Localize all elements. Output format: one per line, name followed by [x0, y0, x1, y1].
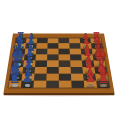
square-g5[interactable]: [59, 74, 72, 81]
rook-glyph: ♜: [97, 71, 110, 85]
square-h4[interactable]: [46, 81, 59, 88]
square-h3[interactable]: [34, 81, 47, 88]
square-c5[interactable]: [59, 49, 70, 55]
square-f5[interactable]: [59, 67, 71, 74]
square-e3[interactable]: [35, 61, 47, 67]
pawn-glyph: ♟: [85, 73, 96, 85]
square-e6[interactable]: [70, 61, 82, 67]
square-a6[interactable]: [69, 38, 80, 43]
square-d6[interactable]: [70, 54, 82, 60]
square-g3[interactable]: [34, 74, 47, 81]
square-d5[interactable]: [59, 54, 71, 60]
pawn-glyph: ♟: [22, 73, 33, 85]
square-a5[interactable]: [59, 38, 70, 43]
square-f3[interactable]: [35, 67, 47, 74]
square-b4[interactable]: [48, 43, 59, 48]
square-a4[interactable]: [48, 38, 59, 43]
square-e5[interactable]: [59, 61, 71, 67]
square-f4[interactable]: [47, 67, 59, 74]
square-h6[interactable]: [71, 81, 84, 88]
square-d4[interactable]: [47, 54, 59, 60]
square-b6[interactable]: [69, 43, 80, 48]
square-a3[interactable]: [37, 38, 48, 43]
photo-stage: ♜♟♟♜♞♟♟♞♝♟♟♝♛♟♟♛♚♟♟♚♝♟♟♝♞♟♟♞♜♟♟♜: [0, 0, 120, 120]
square-d3[interactable]: [36, 54, 48, 60]
square-g6[interactable]: [71, 74, 84, 81]
square-c6[interactable]: [70, 49, 82, 55]
square-c4[interactable]: [47, 49, 58, 55]
square-b5[interactable]: [59, 43, 70, 48]
square-c3[interactable]: [36, 49, 48, 55]
rook-glyph: ♜: [8, 71, 21, 85]
board-front-edge: [4, 93, 115, 95]
square-b3[interactable]: [36, 43, 47, 48]
square-h5[interactable]: [59, 81, 72, 88]
square-g4[interactable]: [46, 74, 58, 81]
square-e4[interactable]: [47, 61, 59, 67]
square-f6[interactable]: [71, 67, 83, 74]
